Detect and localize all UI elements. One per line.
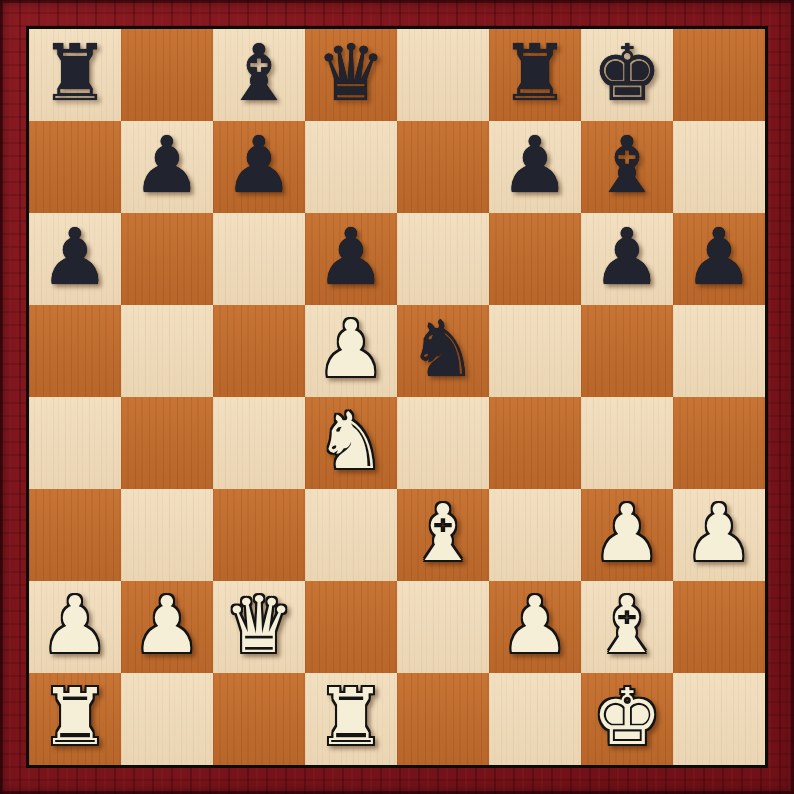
black-pawn-h6[interactable]: ♟ <box>684 218 754 296</box>
black-rook-a8[interactable]: ♜ <box>40 34 110 112</box>
square-h8[interactable] <box>673 29 765 121</box>
black-queen-d8[interactable]: ♛ <box>316 34 386 112</box>
square-e7[interactable] <box>397 121 489 213</box>
white-pawn-g3[interactable]: ♟ <box>592 494 662 572</box>
square-c6[interactable] <box>213 213 305 305</box>
white-king-g1[interactable]: ♚ <box>592 678 662 756</box>
square-a2[interactable]: ♟ <box>29 581 121 673</box>
square-d3[interactable] <box>305 489 397 581</box>
square-g1[interactable]: ♚ <box>581 673 673 765</box>
square-f4[interactable] <box>489 397 581 489</box>
square-h6[interactable]: ♟ <box>673 213 765 305</box>
square-f7[interactable]: ♟ <box>489 121 581 213</box>
square-g8[interactable]: ♚ <box>581 29 673 121</box>
square-b5[interactable] <box>121 305 213 397</box>
square-f5[interactable] <box>489 305 581 397</box>
square-e1[interactable] <box>397 673 489 765</box>
black-pawn-b7[interactable]: ♟ <box>132 126 202 204</box>
square-a7[interactable] <box>29 121 121 213</box>
square-c7[interactable]: ♟ <box>213 121 305 213</box>
black-king-g8[interactable]: ♚ <box>592 34 662 112</box>
square-d7[interactable] <box>305 121 397 213</box>
black-pawn-g6[interactable]: ♟ <box>592 218 662 296</box>
square-a3[interactable] <box>29 489 121 581</box>
square-e4[interactable] <box>397 397 489 489</box>
square-c1[interactable] <box>213 673 305 765</box>
square-c4[interactable] <box>213 397 305 489</box>
white-bishop-g2[interactable]: ♝ <box>592 586 662 664</box>
square-f1[interactable] <box>489 673 581 765</box>
square-g3[interactable]: ♟ <box>581 489 673 581</box>
square-b1[interactable] <box>121 673 213 765</box>
square-d6[interactable]: ♟ <box>305 213 397 305</box>
square-e5[interactable]: ♞ <box>397 305 489 397</box>
black-rook-f8[interactable]: ♜ <box>500 34 570 112</box>
black-knight-e5[interactable]: ♞ <box>408 310 478 388</box>
square-e6[interactable] <box>397 213 489 305</box>
white-rook-a1[interactable]: ♜ <box>40 678 110 756</box>
white-bishop-e3[interactable]: ♝ <box>408 494 478 572</box>
white-pawn-b2[interactable]: ♟ <box>132 586 202 664</box>
white-pawn-h3[interactable]: ♟ <box>684 494 754 572</box>
white-pawn-d5[interactable]: ♟ <box>316 310 386 388</box>
square-h1[interactable] <box>673 673 765 765</box>
square-f3[interactable] <box>489 489 581 581</box>
white-knight-d4[interactable]: ♞ <box>316 402 386 480</box>
board-frame: ♜♝♛♜♚♟♟♟♝♟♟♟♟♟♞♞♝♟♟♟♟♛♟♝♜♜♚ <box>0 0 794 794</box>
square-f8[interactable]: ♜ <box>489 29 581 121</box>
square-a6[interactable]: ♟ <box>29 213 121 305</box>
square-g5[interactable] <box>581 305 673 397</box>
square-b7[interactable]: ♟ <box>121 121 213 213</box>
square-c8[interactable]: ♝ <box>213 29 305 121</box>
square-f2[interactable]: ♟ <box>489 581 581 673</box>
black-bishop-c8[interactable]: ♝ <box>224 34 294 112</box>
square-h3[interactable]: ♟ <box>673 489 765 581</box>
square-g7[interactable]: ♝ <box>581 121 673 213</box>
black-pawn-f7[interactable]: ♟ <box>500 126 570 204</box>
square-b8[interactable] <box>121 29 213 121</box>
black-pawn-d6[interactable]: ♟ <box>316 218 386 296</box>
white-queen-c2[interactable]: ♛ <box>224 586 294 664</box>
square-g6[interactable]: ♟ <box>581 213 673 305</box>
white-pawn-f2[interactable]: ♟ <box>500 586 570 664</box>
square-d5[interactable]: ♟ <box>305 305 397 397</box>
square-d4[interactable]: ♞ <box>305 397 397 489</box>
square-e2[interactable] <box>397 581 489 673</box>
black-pawn-c7[interactable]: ♟ <box>224 126 294 204</box>
square-g4[interactable] <box>581 397 673 489</box>
square-a4[interactable] <box>29 397 121 489</box>
square-h4[interactable] <box>673 397 765 489</box>
square-c2[interactable]: ♛ <box>213 581 305 673</box>
white-rook-d1[interactable]: ♜ <box>316 678 386 756</box>
square-c5[interactable] <box>213 305 305 397</box>
square-h2[interactable] <box>673 581 765 673</box>
square-e8[interactable] <box>397 29 489 121</box>
square-g2[interactable]: ♝ <box>581 581 673 673</box>
black-pawn-a6[interactable]: ♟ <box>40 218 110 296</box>
square-a5[interactable] <box>29 305 121 397</box>
square-h7[interactable] <box>673 121 765 213</box>
square-d1[interactable]: ♜ <box>305 673 397 765</box>
square-b3[interactable] <box>121 489 213 581</box>
chess-board: ♜♝♛♜♚♟♟♟♝♟♟♟♟♟♞♞♝♟♟♟♟♛♟♝♜♜♚ <box>26 26 768 768</box>
square-f6[interactable] <box>489 213 581 305</box>
square-c3[interactable] <box>213 489 305 581</box>
square-e3[interactable]: ♝ <box>397 489 489 581</box>
square-a1[interactable]: ♜ <box>29 673 121 765</box>
black-bishop-g7[interactable]: ♝ <box>592 126 662 204</box>
square-a8[interactable]: ♜ <box>29 29 121 121</box>
square-b4[interactable] <box>121 397 213 489</box>
square-d8[interactable]: ♛ <box>305 29 397 121</box>
square-d2[interactable] <box>305 581 397 673</box>
square-b6[interactable] <box>121 213 213 305</box>
square-b2[interactable]: ♟ <box>121 581 213 673</box>
white-pawn-a2[interactable]: ♟ <box>40 586 110 664</box>
square-h5[interactable] <box>673 305 765 397</box>
